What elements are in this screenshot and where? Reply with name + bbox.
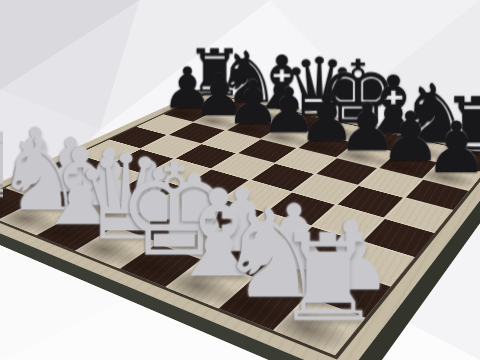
square-h1[interactable]: ♜	[275, 298, 364, 355]
piece-black-pawn-h7[interactable]: ♟	[425, 112, 471, 183]
piece-black-pawn-d7[interactable]: ♟	[261, 79, 302, 141]
piece-black-pawn-c7[interactable]: ♟	[226, 73, 266, 133]
piece-black-pawn-f7[interactable]: ♟	[338, 95, 381, 161]
render-viewport: ♜♞♝♛♚♝♞♜♟♟♟♟♟♟♟♟♟♟♟♟♟♟♟♟♜♞♝♛♚♝♞♜	[0, 0, 480, 360]
piece-white-rook-h1[interactable]: ♜	[274, 219, 341, 339]
piece-white-knight-g1[interactable]: ♞	[217, 193, 281, 316]
piece-black-pawn-e7[interactable]: ♟	[298, 87, 340, 151]
chess-board: ♜♞♝♛♚♝♞♜♟♟♟♟♟♟♟♟♟♟♟♟♟♟♟♟♜♞♝♛♚♝♞♜	[0, 89, 480, 360]
scene: ♜♞♝♛♚♝♞♜♟♟♟♟♟♟♟♟♟♟♟♟♟♟♟♟♜♞♝♛♚♝♞♜	[0, 0, 480, 360]
piece-black-pawn-g7[interactable]: ♟	[380, 103, 425, 171]
